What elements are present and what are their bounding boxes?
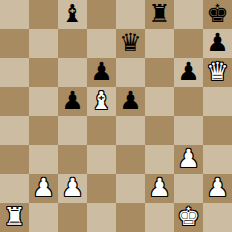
square-c7[interactable]	[58, 29, 87, 58]
square-g5[interactable]	[174, 87, 203, 116]
square-c8[interactable]: ♝	[58, 0, 87, 29]
square-e4[interactable]	[116, 116, 145, 145]
square-g8[interactable]	[174, 0, 203, 29]
square-c1[interactable]	[58, 203, 87, 232]
square-f8[interactable]: ♜	[145, 0, 174, 29]
square-b2[interactable]: ♟	[29, 174, 58, 203]
square-a4[interactable]	[0, 116, 29, 145]
piece-black-pawn[interactable]: ♟	[119, 86, 141, 115]
piece-white-pawn[interactable]: ♟	[61, 173, 83, 202]
square-h1[interactable]	[203, 203, 232, 232]
square-h6[interactable]: ♛	[203, 58, 232, 87]
square-e3[interactable]	[116, 145, 145, 174]
chess-board: ♝♜♚♛♟♟♟♛♟♝♟♟♟♟♟♟♜♚	[0, 0, 232, 232]
square-g6[interactable]: ♟	[174, 58, 203, 87]
square-h2[interactable]: ♟	[203, 174, 232, 203]
square-d2[interactable]	[87, 174, 116, 203]
square-d3[interactable]	[87, 145, 116, 174]
square-d4[interactable]	[87, 116, 116, 145]
square-b1[interactable]	[29, 203, 58, 232]
square-h7[interactable]: ♟	[203, 29, 232, 58]
piece-white-pawn[interactable]: ♟	[148, 173, 170, 202]
square-b3[interactable]	[29, 145, 58, 174]
square-f5[interactable]	[145, 87, 174, 116]
square-c4[interactable]	[58, 116, 87, 145]
square-d8[interactable]	[87, 0, 116, 29]
piece-black-pawn[interactable]: ♟	[206, 28, 228, 57]
piece-black-pawn[interactable]: ♟	[90, 57, 112, 86]
square-g2[interactable]	[174, 174, 203, 203]
piece-white-pawn[interactable]: ♟	[177, 144, 199, 173]
square-e8[interactable]	[116, 0, 145, 29]
square-e6[interactable]	[116, 58, 145, 87]
square-e5[interactable]: ♟	[116, 87, 145, 116]
square-b6[interactable]	[29, 58, 58, 87]
square-e7[interactable]: ♛	[116, 29, 145, 58]
square-h3[interactable]	[203, 145, 232, 174]
square-b5[interactable]	[29, 87, 58, 116]
square-h8[interactable]: ♚	[203, 0, 232, 29]
piece-black-bishop[interactable]: ♝	[61, 0, 83, 28]
piece-black-pawn[interactable]: ♟	[61, 86, 83, 115]
square-f2[interactable]: ♟	[145, 174, 174, 203]
square-h4[interactable]	[203, 116, 232, 145]
square-g3[interactable]: ♟	[174, 145, 203, 174]
square-f4[interactable]	[145, 116, 174, 145]
square-d6[interactable]: ♟	[87, 58, 116, 87]
piece-white-king[interactable]: ♚	[177, 202, 199, 231]
square-c2[interactable]: ♟	[58, 174, 87, 203]
square-a8[interactable]	[0, 0, 29, 29]
square-f1[interactable]	[145, 203, 174, 232]
piece-black-king[interactable]: ♚	[206, 0, 228, 28]
square-e1[interactable]	[116, 203, 145, 232]
square-d1[interactable]	[87, 203, 116, 232]
square-b8[interactable]	[29, 0, 58, 29]
piece-white-rook[interactable]: ♜	[3, 202, 25, 231]
square-a3[interactable]	[0, 145, 29, 174]
piece-black-queen[interactable]: ♛	[119, 28, 141, 57]
square-c5[interactable]: ♟	[58, 87, 87, 116]
square-a7[interactable]	[0, 29, 29, 58]
square-d7[interactable]	[87, 29, 116, 58]
square-c3[interactable]	[58, 145, 87, 174]
piece-white-bishop[interactable]: ♝	[90, 86, 112, 115]
square-f3[interactable]	[145, 145, 174, 174]
piece-white-pawn[interactable]: ♟	[206, 173, 228, 202]
square-a2[interactable]	[0, 174, 29, 203]
square-g7[interactable]	[174, 29, 203, 58]
piece-black-pawn[interactable]: ♟	[177, 57, 199, 86]
square-f6[interactable]	[145, 58, 174, 87]
piece-white-pawn[interactable]: ♟	[32, 173, 54, 202]
square-b4[interactable]	[29, 116, 58, 145]
square-a5[interactable]	[0, 87, 29, 116]
square-h5[interactable]	[203, 87, 232, 116]
piece-black-rook[interactable]: ♜	[148, 0, 170, 28]
square-a6[interactable]	[0, 58, 29, 87]
square-e2[interactable]	[116, 174, 145, 203]
square-g1[interactable]: ♚	[174, 203, 203, 232]
square-f7[interactable]	[145, 29, 174, 58]
square-c6[interactable]	[58, 58, 87, 87]
square-b7[interactable]	[29, 29, 58, 58]
square-g4[interactable]	[174, 116, 203, 145]
square-a1[interactable]: ♜	[0, 203, 29, 232]
piece-white-queen[interactable]: ♛	[206, 57, 228, 86]
square-d5[interactable]: ♝	[87, 87, 116, 116]
